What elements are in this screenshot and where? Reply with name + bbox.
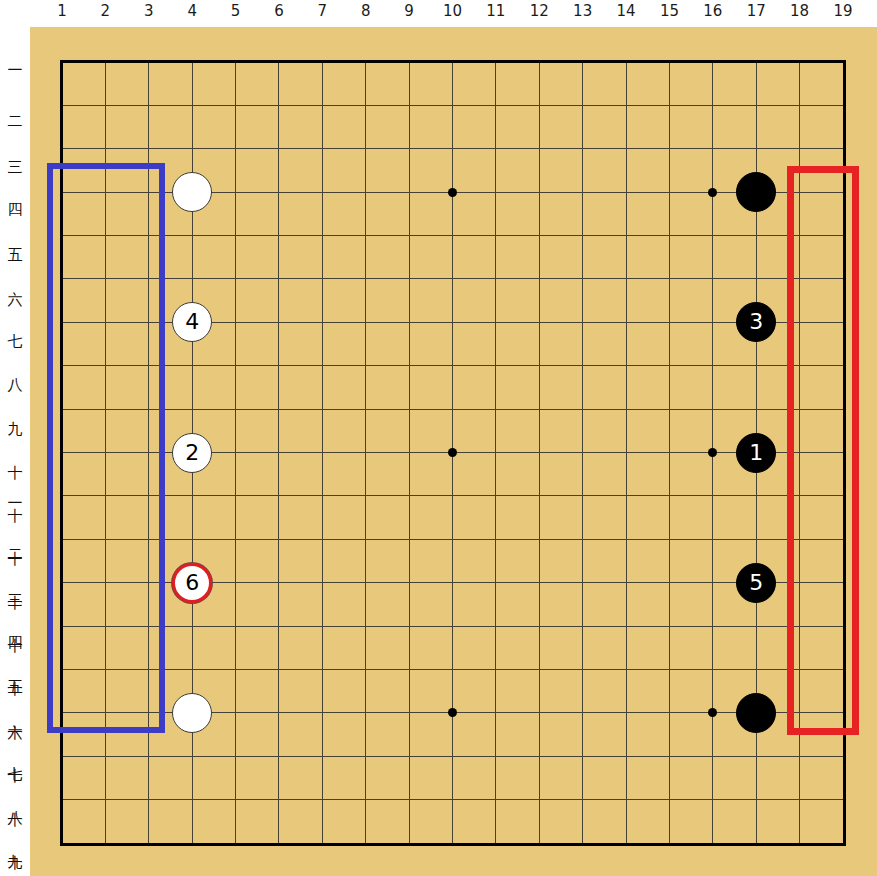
star-point	[448, 448, 457, 457]
row-label: 十二	[4, 523, 22, 555]
stone-black-5: 5	[736, 563, 776, 603]
star-point	[708, 188, 717, 197]
stone-white-6: 6	[172, 563, 212, 603]
row-label: 四	[4, 183, 22, 201]
star-point	[448, 188, 457, 197]
stone-number: 5	[749, 572, 763, 594]
stone-number: 4	[185, 311, 199, 333]
row-label: 十一	[4, 480, 22, 512]
row-label: 三	[4, 140, 22, 158]
stone-number: 2	[185, 442, 199, 464]
column-label: 16	[697, 2, 729, 20]
row-label: 五	[4, 227, 22, 245]
row-label: 七	[4, 313, 22, 331]
column-label: 9	[393, 2, 425, 20]
stone-number: 3	[749, 311, 763, 333]
row-label: 六	[4, 270, 22, 288]
stone-number: 6	[185, 572, 199, 594]
column-label: 11	[480, 2, 512, 20]
stone-white	[172, 693, 212, 733]
column-label: 17	[740, 2, 772, 20]
column-label: 15	[653, 2, 685, 20]
column-label: 19	[827, 2, 859, 20]
column-label: 7	[306, 2, 338, 20]
row-label: 十七	[4, 740, 22, 772]
row-label: 二	[4, 96, 22, 114]
column-label: 10	[437, 2, 469, 20]
row-label: 一	[4, 53, 22, 71]
row-label: 十八	[4, 784, 22, 816]
stone-black-1: 1	[736, 433, 776, 473]
column-label: 5	[220, 2, 252, 20]
column-label: 8	[350, 2, 382, 20]
go-diagram-page: 12345678910111213141516171819一二三四五六七八九十十…	[0, 0, 877, 876]
row-label: 十五	[4, 653, 22, 685]
row-label: 十四	[4, 610, 22, 642]
column-label: 6	[263, 2, 295, 20]
red-highlight-rectangle	[787, 166, 859, 735]
row-label: 八	[4, 357, 22, 375]
row-label: 九	[4, 400, 22, 418]
column-label: 18	[784, 2, 816, 20]
row-label: 十	[4, 444, 22, 462]
stone-number: 1	[749, 442, 763, 464]
column-label: 2	[89, 2, 121, 20]
column-label: 13	[567, 2, 599, 20]
column-label: 1	[46, 2, 78, 20]
column-label: 4	[176, 2, 208, 20]
row-label: 十九	[4, 827, 22, 859]
stone-white-2: 2	[172, 433, 212, 473]
column-label: 12	[523, 2, 555, 20]
column-label: 3	[133, 2, 165, 20]
column-label: 14	[610, 2, 642, 20]
row-label: 十三	[4, 567, 22, 599]
blue-highlight-rectangle	[47, 163, 165, 733]
row-label: 十六	[4, 697, 22, 729]
stone-black	[736, 693, 776, 733]
